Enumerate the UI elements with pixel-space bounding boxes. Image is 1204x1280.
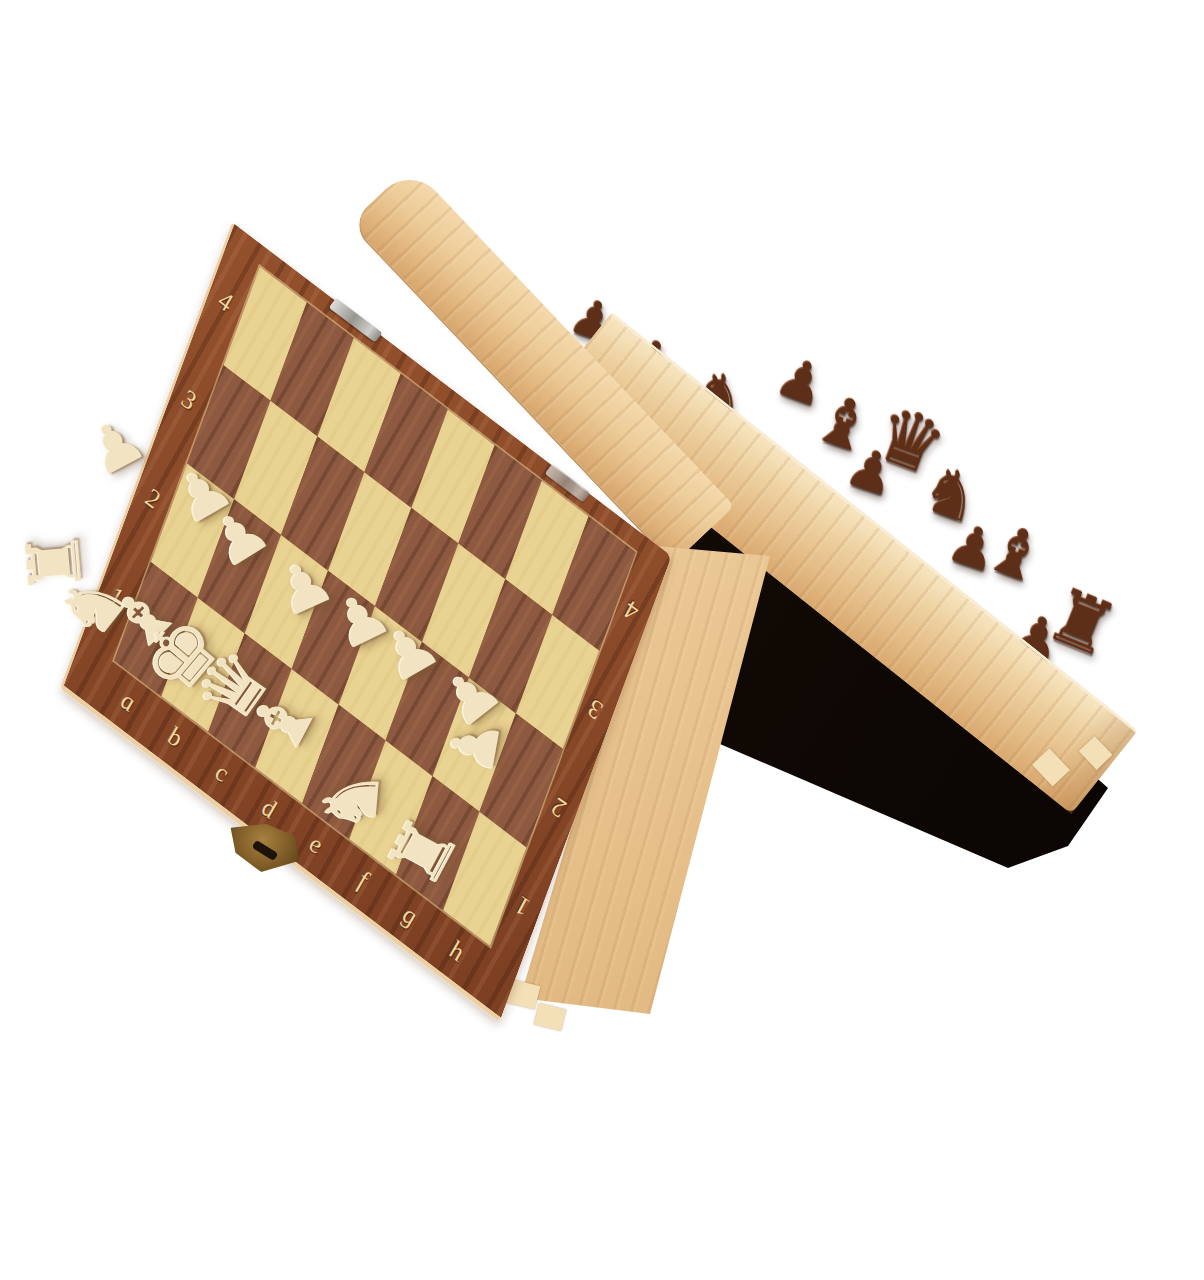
white-pawn: ♟ (440, 713, 511, 779)
white-knight: ♞ (311, 764, 391, 837)
white-pawn: ♟ (77, 406, 155, 487)
folding-magnetic-chess-set: ♟♟♞♟♝♛♟♞♟♝♟♜ 43214321abcdefgh ♟♟♟♟♟♟♟♟♜♞… (0, 0, 1204, 1280)
white-pieces-layer: ♟♟♟♟♟♟♟♟♜♞♝♚♛♝♞♜ (0, 0, 1204, 1280)
